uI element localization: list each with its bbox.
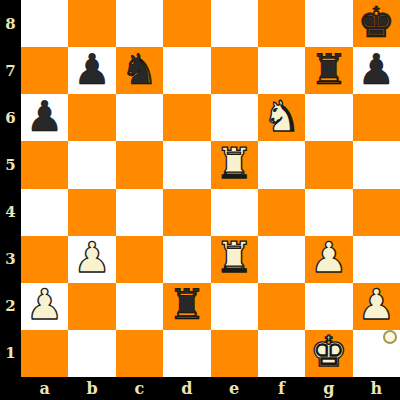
chess-diagram: 87654321 ♚♟♞♜♟♟♞♜♟♜♟♟♜♟♚ abcdefgh bbox=[0, 0, 400, 400]
square-a6[interactable]: ♟ bbox=[21, 94, 68, 141]
square-e4[interactable] bbox=[211, 189, 258, 236]
square-b8[interactable] bbox=[68, 0, 115, 47]
square-e7[interactable] bbox=[211, 47, 258, 94]
piece-white-king[interactable]: ♚ bbox=[310, 331, 348, 373]
square-f3[interactable] bbox=[258, 236, 305, 283]
white-to-move-indicator bbox=[383, 330, 397, 344]
square-e6[interactable] bbox=[211, 94, 258, 141]
square-a1[interactable] bbox=[21, 330, 68, 377]
square-f8[interactable] bbox=[258, 0, 305, 47]
square-d2[interactable]: ♜ bbox=[163, 283, 210, 330]
rank-label-4: 4 bbox=[0, 189, 21, 236]
square-h8[interactable]: ♚ bbox=[353, 0, 400, 47]
square-b3[interactable]: ♟ bbox=[68, 236, 115, 283]
square-d4[interactable] bbox=[163, 189, 210, 236]
square-e2[interactable] bbox=[211, 283, 258, 330]
square-b6[interactable] bbox=[68, 94, 115, 141]
square-c5[interactable] bbox=[116, 141, 163, 188]
piece-white-pawn[interactable]: ♟ bbox=[73, 237, 111, 279]
piece-black-pawn[interactable]: ♟ bbox=[26, 96, 64, 138]
square-a7[interactable] bbox=[21, 47, 68, 94]
piece-white-rook[interactable]: ♜ bbox=[215, 143, 253, 185]
square-g7[interactable]: ♜ bbox=[305, 47, 352, 94]
file-label-f: f bbox=[258, 377, 305, 400]
square-d5[interactable] bbox=[163, 141, 210, 188]
square-c3[interactable] bbox=[116, 236, 163, 283]
rank-label-6: 6 bbox=[0, 94, 21, 141]
square-b5[interactable] bbox=[68, 141, 115, 188]
square-g3[interactable]: ♟ bbox=[305, 236, 352, 283]
square-g4[interactable] bbox=[305, 189, 352, 236]
square-a4[interactable] bbox=[21, 189, 68, 236]
square-f4[interactable] bbox=[258, 189, 305, 236]
square-g5[interactable] bbox=[305, 141, 352, 188]
square-g2[interactable] bbox=[305, 283, 352, 330]
square-h3[interactable] bbox=[353, 236, 400, 283]
file-label-d: d bbox=[163, 377, 210, 400]
square-g8[interactable] bbox=[305, 0, 352, 47]
square-c8[interactable] bbox=[116, 0, 163, 47]
square-b2[interactable] bbox=[68, 283, 115, 330]
square-h5[interactable] bbox=[353, 141, 400, 188]
square-b4[interactable] bbox=[68, 189, 115, 236]
rank-label-7: 7 bbox=[0, 47, 21, 94]
piece-white-pawn[interactable]: ♟ bbox=[310, 237, 348, 279]
rank-label-2: 2 bbox=[0, 283, 21, 330]
piece-white-pawn[interactable]: ♟ bbox=[26, 284, 64, 326]
square-f1[interactable] bbox=[258, 330, 305, 377]
file-label-e: e bbox=[211, 377, 258, 400]
square-d1[interactable] bbox=[163, 330, 210, 377]
square-b1[interactable] bbox=[68, 330, 115, 377]
square-b7[interactable]: ♟ bbox=[68, 47, 115, 94]
rank-label-8: 8 bbox=[0, 0, 21, 47]
rank-label-5: 5 bbox=[0, 141, 21, 188]
rank-label-1: 1 bbox=[0, 330, 21, 377]
square-a8[interactable] bbox=[21, 0, 68, 47]
square-f5[interactable] bbox=[258, 141, 305, 188]
square-c2[interactable] bbox=[116, 283, 163, 330]
square-d7[interactable] bbox=[163, 47, 210, 94]
piece-black-rook[interactable]: ♜ bbox=[168, 284, 206, 326]
piece-black-knight[interactable]: ♞ bbox=[121, 49, 159, 91]
piece-black-pawn[interactable]: ♟ bbox=[73, 49, 111, 91]
square-d8[interactable] bbox=[163, 0, 210, 47]
square-d6[interactable] bbox=[163, 94, 210, 141]
square-e5[interactable]: ♜ bbox=[211, 141, 258, 188]
square-f6[interactable]: ♞ bbox=[258, 94, 305, 141]
piece-black-rook[interactable]: ♜ bbox=[310, 49, 348, 91]
square-a5[interactable] bbox=[21, 141, 68, 188]
square-h7[interactable]: ♟ bbox=[353, 47, 400, 94]
file-label-c: c bbox=[116, 377, 163, 400]
square-e1[interactable] bbox=[211, 330, 258, 377]
square-h6[interactable] bbox=[353, 94, 400, 141]
file-labels: abcdefgh bbox=[21, 377, 400, 400]
file-label-a: a bbox=[21, 377, 68, 400]
square-c1[interactable] bbox=[116, 330, 163, 377]
square-c7[interactable]: ♞ bbox=[116, 47, 163, 94]
piece-white-knight[interactable]: ♞ bbox=[263, 96, 301, 138]
chess-board: ♚♟♞♜♟♟♞♜♟♜♟♟♜♟♚ bbox=[21, 0, 400, 377]
square-h4[interactable] bbox=[353, 189, 400, 236]
square-d3[interactable] bbox=[163, 236, 210, 283]
piece-black-pawn[interactable]: ♟ bbox=[357, 49, 395, 91]
rank-label-3: 3 bbox=[0, 236, 21, 283]
file-label-h: h bbox=[353, 377, 400, 400]
piece-white-rook[interactable]: ♜ bbox=[215, 237, 253, 279]
square-f2[interactable] bbox=[258, 283, 305, 330]
piece-white-pawn[interactable]: ♟ bbox=[357, 284, 395, 326]
square-e3[interactable]: ♜ bbox=[211, 236, 258, 283]
rank-labels: 87654321 bbox=[0, 0, 21, 377]
square-h2[interactable]: ♟ bbox=[353, 283, 400, 330]
square-f7[interactable] bbox=[258, 47, 305, 94]
file-label-b: b bbox=[68, 377, 115, 400]
square-e8[interactable] bbox=[211, 0, 258, 47]
square-g6[interactable] bbox=[305, 94, 352, 141]
piece-black-king[interactable]: ♚ bbox=[357, 2, 395, 44]
square-c4[interactable] bbox=[116, 189, 163, 236]
square-g1[interactable]: ♚ bbox=[305, 330, 352, 377]
square-a3[interactable] bbox=[21, 236, 68, 283]
square-a2[interactable]: ♟ bbox=[21, 283, 68, 330]
square-c6[interactable] bbox=[116, 94, 163, 141]
file-label-g: g bbox=[305, 377, 352, 400]
